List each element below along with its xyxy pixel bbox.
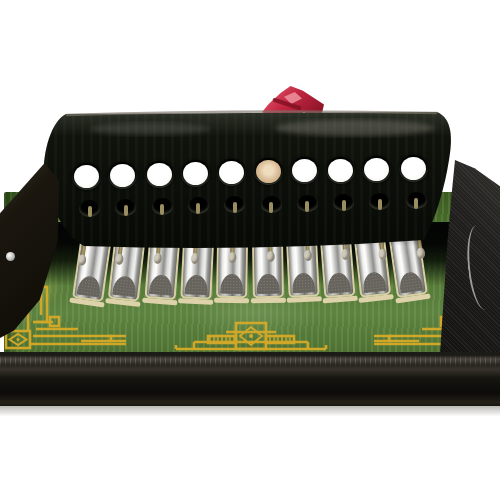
lever-slot xyxy=(406,192,427,209)
accordion-button-10 xyxy=(401,157,426,180)
accordion-button-6 xyxy=(256,160,281,183)
button-hole xyxy=(145,161,174,188)
lever-rod-tip xyxy=(342,200,346,211)
accordion-button-3 xyxy=(147,163,172,186)
accordion-button-5 xyxy=(219,161,244,184)
frame-rail-speckle xyxy=(0,355,500,367)
button-hole xyxy=(72,163,101,190)
lever-rod-tip xyxy=(124,205,128,216)
lever-slot xyxy=(152,198,173,215)
button-hole xyxy=(290,157,319,184)
lever-slot xyxy=(115,199,136,216)
accordion-button-9 xyxy=(364,158,389,181)
cover-worn-patch xyxy=(275,120,435,136)
keyboard-cover xyxy=(0,0,500,500)
lever-slot xyxy=(333,194,354,211)
button-hole xyxy=(181,160,210,187)
lever-rod-tip xyxy=(305,201,309,212)
lever-rod-tip xyxy=(378,199,382,210)
screw-head xyxy=(6,252,15,261)
accordion-photo xyxy=(0,0,500,500)
lever-rod-tip xyxy=(269,202,273,213)
button-hole xyxy=(399,155,428,182)
lever-rod-tip xyxy=(414,198,418,209)
accordion-button-8 xyxy=(328,159,353,182)
lever-slot xyxy=(79,200,100,217)
button-hole xyxy=(362,156,391,183)
accordion-button-4 xyxy=(183,162,208,185)
button-hole xyxy=(326,157,355,184)
accordion-button-1 xyxy=(74,165,99,188)
lever-slot xyxy=(297,195,318,212)
lever-slot xyxy=(188,197,209,214)
lever-rod-tip xyxy=(233,202,237,213)
button-hole xyxy=(254,158,283,185)
button-hole xyxy=(108,162,137,189)
lever-rod-tip xyxy=(196,203,200,214)
accordion-button-7 xyxy=(292,159,317,182)
accordion-button-2 xyxy=(110,164,135,187)
lever-rod-tip xyxy=(88,206,92,217)
lever-slot xyxy=(261,196,282,213)
cover-glare xyxy=(90,123,210,135)
lever-rod-tip xyxy=(160,204,164,215)
drop-shadow xyxy=(0,406,500,420)
